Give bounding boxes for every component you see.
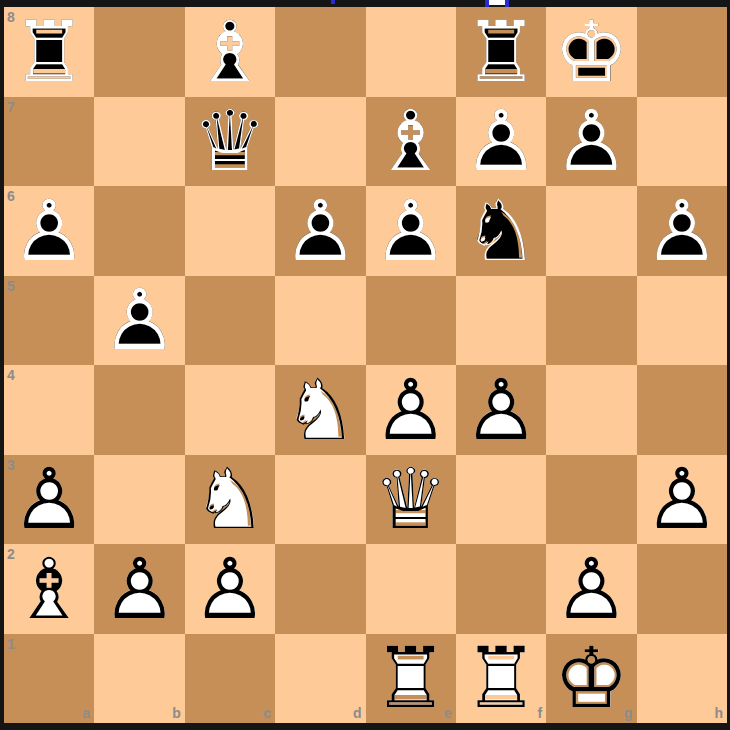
piece-outline-glyph: ♕ bbox=[366, 455, 456, 545]
rank-label: 7 bbox=[7, 99, 15, 115]
square-c8[interactable]: ♝♗ bbox=[185, 7, 275, 97]
piece-black-pawn[interactable]: ♟♙ bbox=[546, 97, 636, 187]
piece-outline-glyph: ♙ bbox=[637, 455, 727, 545]
piece-outline-glyph: ♘ bbox=[456, 186, 546, 276]
square-d8[interactable] bbox=[275, 7, 365, 97]
piece-outline-glyph: ♙ bbox=[637, 186, 727, 276]
square-f7[interactable]: ♟♙ bbox=[456, 97, 546, 187]
piece-black-pawn[interactable]: ♟♙ bbox=[366, 186, 456, 276]
square-f3[interactable] bbox=[456, 455, 546, 545]
piece-outline-glyph: ♙ bbox=[366, 365, 456, 455]
file-label: a bbox=[83, 705, 91, 721]
square-c3[interactable]: ♞♘ bbox=[185, 455, 275, 545]
square-f2[interactable] bbox=[456, 544, 546, 634]
piece-outline-glyph: ♕ bbox=[185, 97, 275, 187]
square-f5[interactable] bbox=[456, 276, 546, 366]
square-b6[interactable] bbox=[94, 186, 184, 276]
square-d7[interactable] bbox=[275, 97, 365, 187]
rank-label: 4 bbox=[7, 367, 15, 383]
square-e3[interactable]: ♛♕ bbox=[366, 455, 456, 545]
piece-outline-glyph: ♙ bbox=[456, 365, 546, 455]
piece-outline-glyph: ♖ bbox=[366, 634, 456, 724]
square-g7[interactable]: ♟♙ bbox=[546, 97, 636, 187]
square-g8[interactable]: ♚♔ bbox=[546, 7, 636, 97]
piece-white-queen[interactable]: ♛♕ bbox=[366, 455, 456, 545]
square-b3[interactable] bbox=[94, 455, 184, 545]
piece-outline-glyph: ♙ bbox=[546, 544, 636, 634]
square-g3[interactable] bbox=[546, 455, 636, 545]
piece-outline-glyph: ♙ bbox=[456, 97, 546, 187]
chessboard-frame: 8♜♖♝♗♜♖♚♔7♛♕♝♗♟♙♟♙6♟♙♟♙♟♙♞♘♟♙5♟♙4♞♘♟♙♟♙3… bbox=[0, 0, 730, 730]
square-g6[interactable] bbox=[546, 186, 636, 276]
square-b4[interactable] bbox=[94, 365, 184, 455]
piece-outline-glyph: ♔ bbox=[546, 634, 636, 724]
piece-black-rook[interactable]: ♜♖ bbox=[4, 7, 94, 97]
piece-white-pawn[interactable]: ♟♙ bbox=[4, 455, 94, 545]
square-h6[interactable]: ♟♙ bbox=[637, 186, 727, 276]
square-h1[interactable]: h bbox=[637, 634, 727, 724]
file-label: b bbox=[172, 705, 181, 721]
piece-outline-glyph: ♙ bbox=[4, 455, 94, 545]
square-c5[interactable] bbox=[185, 276, 275, 366]
square-g2[interactable]: ♟♙ bbox=[546, 544, 636, 634]
file-label: d bbox=[353, 705, 362, 721]
square-d4[interactable]: ♞♘ bbox=[275, 365, 365, 455]
square-c1[interactable]: c bbox=[185, 634, 275, 724]
square-g1[interactable]: g♚♔ bbox=[546, 634, 636, 724]
cropped-caption-fragment bbox=[331, 0, 335, 4]
square-d2[interactable] bbox=[275, 544, 365, 634]
piece-outline-glyph: ♘ bbox=[275, 365, 365, 455]
piece-outline-glyph: ♙ bbox=[94, 276, 184, 366]
piece-white-pawn[interactable]: ♟♙ bbox=[366, 365, 456, 455]
piece-outline-glyph: ♗ bbox=[185, 7, 275, 97]
file-label: h bbox=[714, 705, 723, 721]
piece-black-knight[interactable]: ♞♘ bbox=[456, 186, 546, 276]
square-f8[interactable]: ♜♖ bbox=[456, 7, 546, 97]
piece-outline-glyph: ♙ bbox=[94, 544, 184, 634]
piece-outline-glyph: ♙ bbox=[366, 186, 456, 276]
piece-black-pawn[interactable]: ♟♙ bbox=[456, 97, 546, 187]
piece-outline-glyph: ♖ bbox=[4, 7, 94, 97]
square-e1[interactable]: e♜♖ bbox=[366, 634, 456, 724]
piece-white-rook[interactable]: ♜♖ bbox=[456, 634, 546, 724]
piece-black-pawn[interactable]: ♟♙ bbox=[4, 186, 94, 276]
square-d1[interactable]: d bbox=[275, 634, 365, 724]
square-a5[interactable]: 5 bbox=[4, 276, 94, 366]
square-f4[interactable]: ♟♙ bbox=[456, 365, 546, 455]
square-h7[interactable] bbox=[637, 97, 727, 187]
square-h5[interactable] bbox=[637, 276, 727, 366]
square-e4[interactable]: ♟♙ bbox=[366, 365, 456, 455]
piece-outline-glyph: ♙ bbox=[185, 544, 275, 634]
square-d5[interactable] bbox=[275, 276, 365, 366]
square-h3[interactable]: ♟♙ bbox=[637, 455, 727, 545]
square-c2[interactable]: ♟♙ bbox=[185, 544, 275, 634]
piece-outline-glyph: ♙ bbox=[4, 186, 94, 276]
square-h8[interactable] bbox=[637, 7, 727, 97]
piece-white-knight[interactable]: ♞♘ bbox=[185, 455, 275, 545]
piece-white-pawn[interactable]: ♟♙ bbox=[185, 544, 275, 634]
square-b7[interactable] bbox=[94, 97, 184, 187]
square-a3[interactable]: 3♟♙ bbox=[4, 455, 94, 545]
square-e2[interactable] bbox=[366, 544, 456, 634]
square-b2[interactable]: ♟♙ bbox=[94, 544, 184, 634]
piece-outline-glyph: ♙ bbox=[275, 186, 365, 276]
square-a1[interactable]: 1a bbox=[4, 634, 94, 724]
square-d6[interactable]: ♟♙ bbox=[275, 186, 365, 276]
piece-outline-glyph: ♙ bbox=[546, 97, 636, 187]
square-h2[interactable] bbox=[637, 544, 727, 634]
square-a6[interactable]: 6♟♙ bbox=[4, 186, 94, 276]
square-a8[interactable]: 8♜♖ bbox=[4, 7, 94, 97]
piece-black-rook[interactable]: ♜♖ bbox=[456, 7, 546, 97]
piece-white-rook[interactable]: ♜♖ bbox=[366, 634, 456, 724]
square-b8[interactable] bbox=[94, 7, 184, 97]
square-a2[interactable]: 2♝♗ bbox=[4, 544, 94, 634]
piece-black-pawn[interactable]: ♟♙ bbox=[637, 186, 727, 276]
piece-black-pawn[interactable]: ♟♙ bbox=[275, 186, 365, 276]
square-e7[interactable]: ♝♗ bbox=[366, 97, 456, 187]
piece-outline-glyph: ♖ bbox=[456, 634, 546, 724]
square-f1[interactable]: f♜♖ bbox=[456, 634, 546, 724]
piece-black-bishop[interactable]: ♝♗ bbox=[366, 97, 456, 187]
square-e6[interactable]: ♟♙ bbox=[366, 186, 456, 276]
file-label: c bbox=[263, 705, 271, 721]
piece-white-pawn[interactable]: ♟♙ bbox=[456, 365, 546, 455]
rank-label: 1 bbox=[7, 636, 15, 652]
square-a4[interactable]: 4 bbox=[4, 365, 94, 455]
square-g5[interactable] bbox=[546, 276, 636, 366]
piece-black-pawn[interactable]: ♟♙ bbox=[94, 276, 184, 366]
square-c7[interactable]: ♛♕ bbox=[185, 97, 275, 187]
piece-white-pawn[interactable]: ♟♙ bbox=[637, 455, 727, 545]
piece-black-bishop[interactable]: ♝♗ bbox=[185, 7, 275, 97]
piece-white-knight[interactable]: ♞♘ bbox=[275, 365, 365, 455]
square-b5[interactable]: ♟♙ bbox=[94, 276, 184, 366]
piece-white-pawn[interactable]: ♟♙ bbox=[546, 544, 636, 634]
chessboard: 8♜♖♝♗♜♖♚♔7♛♕♝♗♟♙♟♙6♟♙♟♙♟♙♞♘♟♙5♟♙4♞♘♟♙♟♙3… bbox=[4, 7, 727, 723]
piece-outline-glyph: ♔ bbox=[546, 7, 636, 97]
square-a7[interactable]: 7 bbox=[4, 97, 94, 187]
square-b1[interactable]: b bbox=[94, 634, 184, 724]
square-h4[interactable] bbox=[637, 365, 727, 455]
piece-white-pawn[interactable]: ♟♙ bbox=[94, 544, 184, 634]
piece-outline-glyph: ♗ bbox=[366, 97, 456, 187]
square-g4[interactable] bbox=[546, 365, 636, 455]
square-e8[interactable] bbox=[366, 7, 456, 97]
square-c6[interactable] bbox=[185, 186, 275, 276]
piece-outline-glyph: ♗ bbox=[4, 544, 94, 634]
piece-outline-glyph: ♘ bbox=[185, 455, 275, 545]
square-c4[interactable] bbox=[185, 365, 275, 455]
square-f6[interactable]: ♞♘ bbox=[456, 186, 546, 276]
rank-label: 5 bbox=[7, 278, 15, 294]
piece-black-king[interactable]: ♚♔ bbox=[546, 7, 636, 97]
piece-white-king[interactable]: ♚♔ bbox=[546, 634, 636, 724]
square-e5[interactable] bbox=[366, 276, 456, 366]
square-d3[interactable] bbox=[275, 455, 365, 545]
piece-white-bishop[interactable]: ♝♗ bbox=[4, 544, 94, 634]
piece-black-queen[interactable]: ♛♕ bbox=[185, 97, 275, 187]
piece-outline-glyph: ♖ bbox=[456, 7, 546, 97]
